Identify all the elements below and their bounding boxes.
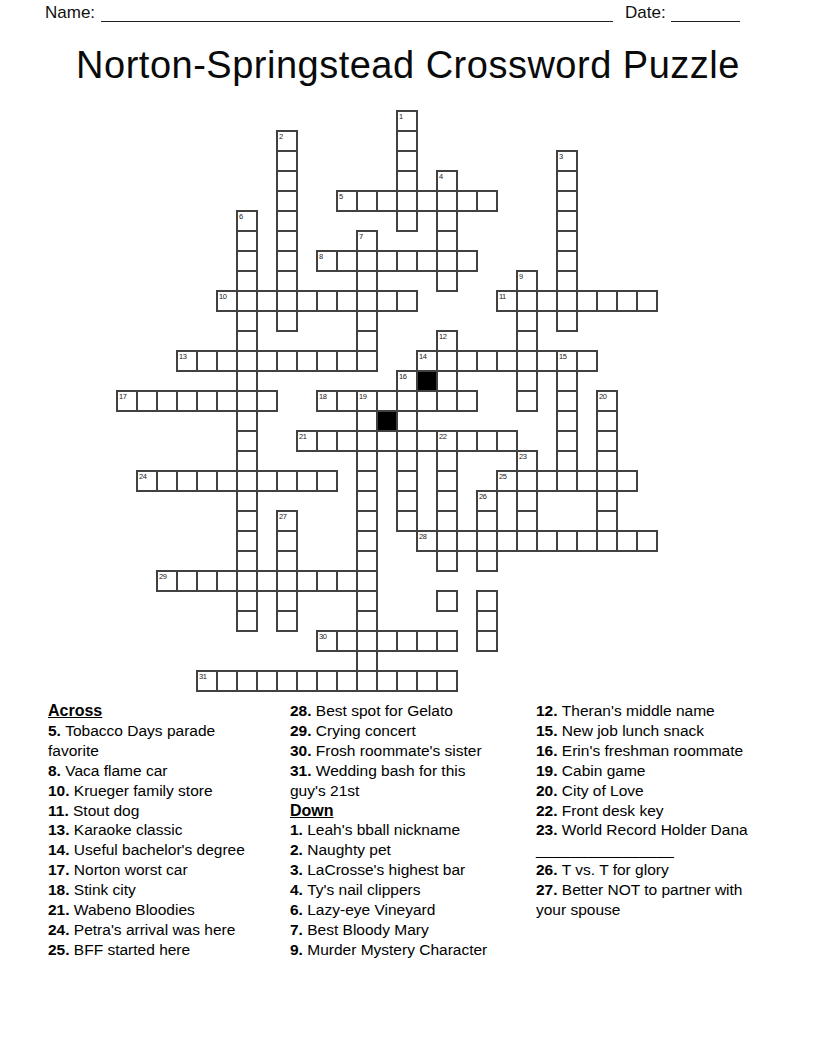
grid-cell[interactable] [496,350,518,372]
clue-number: 5. [48,722,65,739]
grid-cell[interactable]: 11 [496,290,518,312]
grid-cell[interactable] [516,510,538,532]
grid-cell[interactable]: 15 [556,350,578,372]
clue-number: 13. [48,821,74,838]
grid-cell[interactable]: 24 [136,470,158,492]
grid-cell[interactable]: 2 [276,130,298,152]
grid-cell[interactable] [436,230,458,252]
grid-cell[interactable]: 7 [356,230,378,252]
clue-number: 25. [48,941,74,958]
grid-cell[interactable] [356,450,378,472]
grid-cell[interactable] [416,190,438,212]
grid-cell[interactable] [276,170,298,192]
cell-number: 3 [559,152,563,161]
grid-cell[interactable] [236,270,258,292]
grid-cell[interactable] [436,350,458,372]
grid-cell[interactable] [356,270,378,292]
grid-cell[interactable] [556,530,578,552]
clue-number: 12. [536,702,562,719]
grid-cell[interactable] [296,470,318,492]
grid-cell[interactable] [596,510,618,532]
grid-cell[interactable] [416,670,438,692]
grid-cell[interactable] [236,550,258,572]
grid-cell[interactable] [436,670,458,692]
grid-cell[interactable] [276,610,298,632]
grid-cell[interactable] [336,670,358,692]
grid-cell[interactable] [236,310,258,332]
clue-item: 21. Wabeno Bloodies [48,900,260,920]
grid-cell[interactable] [396,430,418,452]
cell-number: 4 [439,172,443,181]
grid-cell[interactable] [196,390,218,412]
grid-cell[interactable] [396,290,418,312]
grid-cell[interactable] [256,570,278,592]
grid-cell[interactable] [276,230,298,252]
grid-cell[interactable] [356,550,378,572]
grid-cell[interactable]: 3 [556,150,578,172]
grid-cell[interactable] [596,490,618,512]
grid-cell[interactable] [356,530,378,552]
grid-cell[interactable] [436,190,458,212]
grid-cell[interactable] [236,610,258,632]
grid-cell[interactable] [236,490,258,512]
cell-number: 31 [199,672,206,681]
grid-cell[interactable] [176,570,198,592]
grid-cell[interactable] [396,410,418,432]
clue-text: Norton worst car [74,861,188,878]
cell-number: 11 [499,292,506,301]
grid-cell[interactable] [216,390,238,412]
grid-cell[interactable] [556,250,578,272]
grid-cell[interactable] [236,510,258,532]
grid-cell[interactable] [276,550,298,572]
grid-cell[interactable] [176,470,198,492]
grid-cell[interactable] [316,470,338,492]
grid-cell[interactable] [236,370,258,392]
clue-text: Wedding bash for this guy's 21st [290,762,466,799]
clue-column-1: Across5. Tobacco Days parade favorite8. … [48,701,260,960]
grid-cell[interactable] [436,630,458,652]
clue-item: 2. Naughty pet [290,840,502,860]
grid-cell[interactable] [276,190,298,212]
grid-cell[interactable] [416,630,438,652]
grid-cell[interactable] [436,590,458,612]
grid-cell[interactable] [276,670,298,692]
clue-text: Useful bachelor's degree [74,841,245,858]
grid-cell[interactable] [436,470,458,492]
grid-cell[interactable]: 1 [396,110,418,132]
grid-cell[interactable] [236,570,258,592]
grid-cell[interactable] [616,470,638,492]
grid-cell[interactable] [376,250,398,272]
clue-text: Cabin game [562,762,646,779]
grid-cell[interactable] [236,410,258,432]
clue-number: 10. [48,782,74,799]
grid-cell[interactable] [516,390,538,412]
grid-cell[interactable]: 13 [176,350,198,372]
grid-cell[interactable] [396,670,418,692]
grid-cell[interactable] [196,470,218,492]
grid-cell[interactable] [236,530,258,552]
grid-cell[interactable] [396,210,418,232]
black-cell [416,370,438,392]
grid-cell[interactable]: 30 [316,630,338,652]
grid-cell[interactable] [596,470,618,492]
grid-cell[interactable] [416,250,438,272]
grid-cell[interactable] [376,290,398,312]
grid-cell[interactable] [596,430,618,452]
grid-cell[interactable]: 14 [416,350,438,372]
cell-number: 16 [399,372,406,381]
grid-cell[interactable] [436,370,458,392]
grid-cell[interactable] [556,390,578,412]
cell-number: 27 [279,512,286,521]
grid-cell[interactable] [236,450,258,472]
grid-cell[interactable] [176,390,198,412]
grid-cell[interactable] [376,430,398,452]
grid-cell[interactable] [356,290,378,312]
clue-text: Petra's arrival was here [74,921,235,938]
grid-cell[interactable] [596,530,618,552]
grid-cell[interactable] [456,350,478,372]
grid-cell[interactable]: 21 [296,430,318,452]
grid-cell[interactable] [476,610,498,632]
grid-cell[interactable]: 25 [496,470,518,492]
grid-cell[interactable] [396,510,418,532]
clue-item: 22. Front desk key [536,801,748,821]
clue-text: Ty's nail clippers [307,881,420,898]
grid-cell[interactable] [396,170,418,192]
grid-cell[interactable] [636,530,658,552]
grid-cell[interactable] [356,350,378,372]
grid-cell[interactable] [396,150,418,172]
grid-cell[interactable] [396,130,418,152]
grid-cell[interactable] [516,370,538,392]
grid-cell[interactable] [536,290,558,312]
grid-cell[interactable] [236,590,258,612]
grid-cell[interactable] [256,290,278,312]
clue-number: 29. [290,722,316,739]
clue-text: Vaca flame car [65,762,167,779]
grid-cell[interactable] [436,530,458,552]
grid-cell[interactable] [556,410,578,432]
grid-cell[interactable] [376,190,398,212]
grid-cell[interactable] [356,570,378,592]
clue-item: 3. LaCrosse's highest bar [290,860,502,880]
grid-cell[interactable] [476,350,498,372]
grid-cell[interactable] [396,450,418,472]
clue-item: 13. Karaoke classic [48,820,260,840]
grid-cell[interactable] [276,470,298,492]
grid-cell[interactable] [476,510,498,532]
grid-cell[interactable] [576,470,598,492]
grid-cell[interactable] [296,670,318,692]
grid-cell[interactable] [476,190,498,212]
grid-cell[interactable] [636,290,658,312]
grid-cell[interactable] [276,210,298,232]
grid-cell[interactable]: 22 [436,430,458,452]
clue-item: 4. Ty's nail clippers [290,880,502,900]
cell-number: 28 [419,532,426,541]
grid-cell[interactable] [396,470,418,492]
grid-cell[interactable] [516,530,538,552]
grid-cell[interactable] [556,430,578,452]
clue-number: 11. [48,802,73,819]
grid-cell[interactable] [256,670,278,692]
grid-cell[interactable] [456,430,478,452]
grid-cell[interactable] [336,430,358,452]
grid-cell[interactable] [356,590,378,612]
clue-text: LaCrosse's highest bar [307,861,465,878]
clue-item: 28. Best spot for Gelato [290,701,502,721]
grid-cell[interactable] [476,430,498,452]
grid-cell[interactable] [456,190,478,212]
grid-cell[interactable] [276,590,298,612]
grid-cell[interactable] [356,670,378,692]
grid-cell[interactable] [516,290,538,312]
grid-cell[interactable] [216,470,238,492]
grid-cell[interactable] [276,150,298,172]
grid-cell[interactable] [416,390,438,412]
clue-number: 14. [48,841,74,858]
grid-cell[interactable] [296,290,318,312]
grid-cell[interactable] [196,570,218,592]
grid-cell[interactable] [236,390,258,412]
grid-cell[interactable] [156,390,178,412]
grid-cell[interactable] [436,450,458,472]
grid-cell[interactable] [576,530,598,552]
grid-cell[interactable] [596,410,618,432]
grid-cell[interactable]: 10 [216,290,238,312]
clue-number: 7. [290,921,307,938]
grid-cell[interactable]: 16 [396,370,418,392]
grid-cell[interactable] [396,490,418,512]
clue-text: Best Bloody Mary [307,921,428,938]
grid-cell[interactable] [356,470,378,492]
grid-cell[interactable] [556,370,578,392]
grid-cell[interactable] [276,290,298,312]
grid-cell[interactable] [356,610,378,632]
grid-cell[interactable] [356,410,378,432]
grid-cell[interactable] [516,330,538,352]
grid-cell[interactable] [236,430,258,452]
cell-number: 25 [499,472,506,481]
grid-cell[interactable] [556,290,578,312]
grid-cell[interactable]: 8 [316,250,338,272]
grid-cell[interactable] [476,630,498,652]
grid-cell[interactable] [276,250,298,272]
grid-cell[interactable] [576,290,598,312]
grid-cell[interactable] [536,470,558,492]
grid-cell[interactable] [616,530,638,552]
grid-cell[interactable] [336,570,358,592]
grid-cell[interactable] [436,510,458,532]
grid-cell[interactable] [536,350,558,372]
grid-cell[interactable] [436,390,458,412]
grid-cell[interactable] [476,550,498,572]
grid-cell[interactable] [316,350,338,372]
grid-cell[interactable] [216,350,238,372]
grid-cell[interactable] [236,290,258,312]
grid-cell[interactable] [556,310,578,332]
clue-item: 16. Erin's freshman roommate [536,741,748,761]
grid-cell[interactable]: 4 [436,170,458,192]
grid-cell[interactable]: 19 [356,390,378,412]
grid-cell[interactable] [436,490,458,512]
grid-cell[interactable] [396,190,418,212]
grid-cell[interactable] [436,210,458,232]
grid-cell[interactable] [516,350,538,372]
clue-item: 11. Stout dog [48,801,260,821]
grid-cell[interactable] [276,310,298,332]
grid-cell[interactable] [256,390,278,412]
grid-cell[interactable] [316,290,338,312]
grid-cell[interactable] [376,630,398,652]
grid-cell[interactable] [236,470,258,492]
clue-item: 6. Lazy-eye Vineyard [290,900,502,920]
date-blank-line[interactable] [671,1,740,22]
clue-text: Erin's freshman roommate [562,742,743,759]
grid-cell[interactable] [336,350,358,372]
clue-item: 7. Best Bloody Mary [290,920,502,940]
grid-cell[interactable] [476,530,498,552]
clue-number: 6. [290,901,307,918]
clue-text: Lazy-eye Vineyard [307,901,435,918]
clue-column-3: 12. Theran's middle name15. New job lunc… [536,701,748,920]
grid-cell[interactable] [316,670,338,692]
grid-cell[interactable] [276,350,298,372]
clue-item: 31. Wedding bash for this guy's 21st [290,761,502,801]
grid-cell[interactable] [336,390,358,412]
clue-text: New job lunch snack [562,722,704,739]
grid-cell[interactable] [516,490,538,512]
grid-cell[interactable] [556,450,578,472]
grid-cell[interactable] [376,390,398,412]
grid-cell[interactable] [596,290,618,312]
grid-cell[interactable] [496,530,518,552]
grid-cell[interactable] [236,350,258,372]
grid-cell[interactable] [556,270,578,292]
grid-cell[interactable] [556,190,578,212]
clue-text: Murder Mystery Character [307,941,487,958]
grid-cell[interactable] [456,250,478,272]
grid-cell[interactable] [456,530,478,552]
grid-cell[interactable] [276,570,298,592]
grid-cell[interactable] [396,390,418,412]
grid-cell[interactable] [356,190,378,212]
grid-cell[interactable] [576,350,598,372]
grid-cell[interactable] [136,390,158,412]
grid-cell[interactable]: 26 [476,490,498,512]
grid-cell[interactable] [356,630,378,652]
name-blank-line[interactable] [101,1,613,22]
clue-text: Karaoke classic [74,821,183,838]
grid-cell[interactable] [256,470,278,492]
grid-cell[interactable] [276,530,298,552]
grid-cell[interactable] [316,570,338,592]
grid-cell[interactable] [356,310,378,332]
grid-cell[interactable]: 28 [416,530,438,552]
grid-cell[interactable] [536,530,558,552]
grid-cell[interactable] [316,430,338,452]
clue-item: 26. T vs. T for glory [536,860,748,880]
grid-cell[interactable] [356,490,378,512]
grid-cell[interactable]: 6 [236,210,258,232]
cell-number: 6 [239,212,243,221]
grid-cell[interactable]: 31 [196,670,218,692]
grid-cell[interactable] [336,630,358,652]
grid-cell[interactable] [196,350,218,372]
grid-cell[interactable] [236,230,258,252]
grid-cell[interactable] [556,230,578,252]
clue-text: Tobacco Days parade favorite [48,722,215,759]
grid-cell[interactable] [616,290,638,312]
grid-cell[interactable] [556,170,578,192]
grid-cell[interactable] [436,550,458,572]
grid-cell[interactable]: 5 [336,190,358,212]
cell-number: 14 [419,352,426,361]
grid-cell[interactable] [376,670,398,692]
grid-cell[interactable] [356,650,378,672]
grid-cell[interactable] [476,590,498,612]
grid-cell[interactable] [236,330,258,352]
grid-cell[interactable] [236,670,258,692]
grid-cell[interactable] [356,330,378,352]
grid-cell[interactable] [336,290,358,312]
grid-cell[interactable]: 18 [316,390,338,412]
grid-cell[interactable] [276,270,298,292]
grid-cell[interactable] [296,570,318,592]
grid-cell[interactable] [356,510,378,532]
grid-cell[interactable] [216,670,238,692]
clue-text: Best spot for Gelato [316,702,453,719]
clue-item: 29. Crying concert [290,721,502,741]
grid-cell[interactable] [396,250,418,272]
grid-cell[interactable] [216,570,238,592]
grid-cell[interactable] [296,350,318,372]
grid-cell[interactable] [236,250,258,272]
grid-cell[interactable]: 27 [276,510,298,532]
clue-text: Wabeno Bloodies [74,901,195,918]
grid-cell[interactable] [356,430,378,452]
grid-cell[interactable] [436,250,458,272]
grid-cell[interactable] [556,210,578,232]
grid-cell[interactable] [456,390,478,412]
grid-cell[interactable] [256,350,278,372]
grid-cell[interactable] [496,430,518,452]
grid-cell[interactable] [396,630,418,652]
grid-cell[interactable]: 23 [516,450,538,472]
grid-cell[interactable]: 20 [596,390,618,412]
grid-cell[interactable]: 12 [436,330,458,352]
clue-number: 20. [536,782,562,799]
grid-cell[interactable] [416,430,438,452]
grid-cell[interactable] [556,470,578,492]
cell-number: 23 [519,452,526,461]
grid-cell[interactable]: 9 [516,270,538,292]
grid-cell[interactable] [356,250,378,272]
grid-cell[interactable] [516,470,538,492]
grid-cell[interactable] [156,470,178,492]
grid-cell[interactable] [336,250,358,272]
grid-cell[interactable] [516,310,538,332]
grid-cell[interactable]: 29 [156,570,178,592]
grid-cell[interactable] [436,270,458,292]
clue-section-header: Across [48,701,260,721]
cell-number: 15 [559,352,566,361]
grid-cell[interactable]: 17 [116,390,138,412]
grid-cell[interactable] [596,450,618,472]
